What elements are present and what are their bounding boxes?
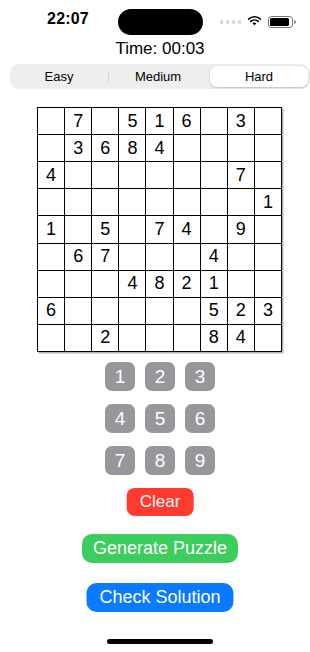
status-clock: 22:07 <box>40 10 96 28</box>
grid-cell-r6c7[interactable]: 4 <box>201 244 227 270</box>
grid-cell-r7c4[interactable]: 4 <box>119 271 145 297</box>
grid-cell-r8c6[interactable] <box>174 298 200 324</box>
grid-cell-r7c7[interactable]: 1 <box>201 271 227 297</box>
grid-cell-r2c2[interactable]: 3 <box>65 135 91 161</box>
grid-cell-r5c3[interactable]: 5 <box>92 216 118 242</box>
numpad-button-7[interactable]: 7 <box>105 446 135 475</box>
grid-cell-r4c7[interactable] <box>201 189 227 215</box>
tab-hard[interactable]: Hard <box>210 66 308 87</box>
grid-cell-r2c5[interactable]: 4 <box>146 135 172 161</box>
grid-cell-r5c5[interactable]: 7 <box>146 216 172 242</box>
grid-cell-r2c9[interactable] <box>255 135 281 161</box>
grid-cell-r6c1[interactable] <box>38 244 64 270</box>
grid-cell-r9c9[interactable] <box>255 325 281 351</box>
numpad: 123456789 <box>105 362 215 475</box>
grid-cell-r4c3[interactable] <box>92 189 118 215</box>
grid-cell-r6c5[interactable] <box>146 244 172 270</box>
grid-cell-r9c5[interactable] <box>146 325 172 351</box>
grid-cell-r4c8[interactable] <box>228 189 254 215</box>
grid-cell-r8c4[interactable] <box>119 298 145 324</box>
numpad-button-3[interactable]: 3 <box>185 362 215 391</box>
grid-cell-r3c9[interactable] <box>255 162 281 188</box>
grid-cell-r7c6[interactable]: 2 <box>174 271 200 297</box>
generate-puzzle-button[interactable]: Generate Puzzle <box>82 534 238 563</box>
grid-cell-r9c6[interactable] <box>174 325 200 351</box>
grid-cell-r2c4[interactable]: 8 <box>119 135 145 161</box>
grid-cell-r2c3[interactable]: 6 <box>92 135 118 161</box>
grid-cell-r6c8[interactable] <box>228 244 254 270</box>
grid-cell-r1c9[interactable] <box>255 108 281 134</box>
grid-cell-r6c9[interactable] <box>255 244 281 270</box>
grid-cell-r4c6[interactable] <box>174 189 200 215</box>
numpad-button-8[interactable]: 8 <box>145 446 175 475</box>
home-indicator[interactable] <box>107 639 213 644</box>
grid-cell-r1c4[interactable]: 5 <box>119 108 145 134</box>
grid-cell-r1c5[interactable]: 1 <box>146 108 172 134</box>
grid-cell-r3c3[interactable] <box>92 162 118 188</box>
grid-cell-r5c7[interactable] <box>201 216 227 242</box>
grid-cell-r3c4[interactable] <box>119 162 145 188</box>
grid-cell-r2c8[interactable] <box>228 135 254 161</box>
grid-cell-r8c1[interactable]: 6 <box>38 298 64 324</box>
check-solution-button[interactable]: Check Solution <box>86 583 233 612</box>
grid-cell-r7c9[interactable] <box>255 271 281 297</box>
grid-cell-r7c1[interactable] <box>38 271 64 297</box>
grid-cell-r9c1[interactable] <box>38 325 64 351</box>
grid-cell-r4c4[interactable] <box>119 189 145 215</box>
grid-cell-r1c6[interactable]: 6 <box>174 108 200 134</box>
numpad-button-9[interactable]: 9 <box>185 446 215 475</box>
grid-cell-r3c6[interactable] <box>174 162 200 188</box>
numpad-button-4[interactable]: 4 <box>105 404 135 433</box>
dynamic-island <box>118 9 203 35</box>
grid-cell-r8c5[interactable] <box>146 298 172 324</box>
status-bar: 22:07 <box>10 0 310 38</box>
grid-cell-r5c8[interactable]: 9 <box>228 216 254 242</box>
cellular-signal-icon <box>220 20 242 24</box>
grid-cell-r6c2[interactable]: 6 <box>65 244 91 270</box>
grid-cell-r8c8[interactable]: 2 <box>228 298 254 324</box>
grid-cell-r5c2[interactable] <box>65 216 91 242</box>
numpad-button-2[interactable]: 2 <box>145 362 175 391</box>
grid-cell-r4c5[interactable] <box>146 189 172 215</box>
status-icons <box>220 13 294 31</box>
grid-cell-r4c9[interactable]: 1 <box>255 189 281 215</box>
numpad-button-1[interactable]: 1 <box>105 362 135 391</box>
grid-cell-r9c4[interactable] <box>119 325 145 351</box>
grid-cell-r3c5[interactable] <box>146 162 172 188</box>
tab-easy[interactable]: Easy <box>10 64 108 89</box>
grid-cell-r4c1[interactable] <box>38 189 64 215</box>
tab-medium[interactable]: Medium <box>109 64 207 89</box>
grid-cell-r9c8[interactable]: 4 <box>228 325 254 351</box>
grid-cell-r3c1[interactable]: 4 <box>38 162 64 188</box>
grid-cell-r5c9[interactable] <box>255 216 281 242</box>
grid-cell-r8c9[interactable]: 3 <box>255 298 281 324</box>
grid-cell-r6c3[interactable]: 7 <box>92 244 118 270</box>
grid-cell-r8c7[interactable]: 5 <box>201 298 227 324</box>
grid-cell-r5c1[interactable]: 1 <box>38 216 64 242</box>
grid-cell-r6c4[interactable] <box>119 244 145 270</box>
grid-cell-r2c1[interactable] <box>38 135 64 161</box>
grid-cell-r2c6[interactable] <box>174 135 200 161</box>
grid-cell-r3c8[interactable]: 7 <box>228 162 254 188</box>
grid-cell-r9c3[interactable]: 2 <box>92 325 118 351</box>
grid-cell-r8c2[interactable] <box>65 298 91 324</box>
grid-cell-r3c2[interactable] <box>65 162 91 188</box>
sudoku-grid: 7516336844711574967448216523284 <box>37 107 282 352</box>
grid-cell-r8c3[interactable] <box>92 298 118 324</box>
grid-cell-r7c8[interactable] <box>228 271 254 297</box>
grid-cell-r6c6[interactable] <box>174 244 200 270</box>
grid-cell-r1c8[interactable]: 3 <box>228 108 254 134</box>
grid-cell-r1c7[interactable] <box>201 108 227 134</box>
timer-label: Time: 00:03 <box>10 39 310 59</box>
grid-cell-r2c7[interactable] <box>201 135 227 161</box>
numpad-button-6[interactable]: 6 <box>185 404 215 433</box>
grid-cell-r1c3[interactable] <box>92 108 118 134</box>
grid-cell-r9c7[interactable]: 8 <box>201 325 227 351</box>
grid-cell-r7c2[interactable] <box>65 271 91 297</box>
app-screen: 22:07 Time: 00:03 Easy Medium Hard 75163… <box>10 0 310 652</box>
grid-cell-r1c1[interactable] <box>38 108 64 134</box>
grid-cell-r1c2[interactable]: 7 <box>65 108 91 134</box>
grid-cell-r5c6[interactable]: 4 <box>174 216 200 242</box>
battery-icon <box>268 16 293 28</box>
numpad-button-5[interactable]: 5 <box>145 404 175 433</box>
grid-cell-r4c2[interactable] <box>65 189 91 215</box>
grid-cell-r7c5[interactable]: 8 <box>146 271 172 297</box>
difficulty-segmented-control: Easy Medium Hard <box>10 64 310 89</box>
grid-cell-r7c3[interactable] <box>92 271 118 297</box>
grid-cell-r3c7[interactable] <box>201 162 227 188</box>
clear-button[interactable]: Clear <box>127 488 194 516</box>
grid-cell-r5c4[interactable] <box>119 216 145 242</box>
wifi-icon <box>246 13 263 31</box>
grid-cell-r9c2[interactable] <box>65 325 91 351</box>
